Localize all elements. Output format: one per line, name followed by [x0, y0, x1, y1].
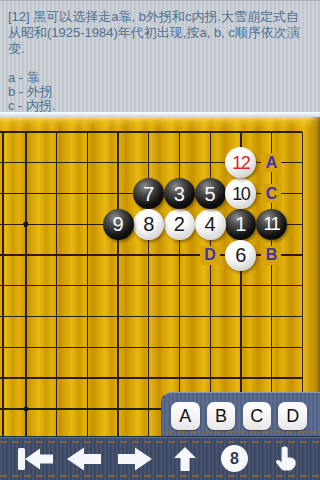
stitch-line [0, 441, 320, 443]
answer-buttons: A B C D [171, 402, 307, 430]
option-a: a - 靠 [8, 71, 312, 85]
stone-7-black: 7 [133, 178, 164, 209]
toolbar: 8 [0, 436, 320, 480]
go-to-start-button[interactable] [15, 446, 55, 472]
stone-1-black: 1 [225, 209, 256, 240]
up-button[interactable] [172, 446, 198, 472]
board-marker-a[interactable]: A [261, 153, 281, 172]
problem-text: [12] 黑可以选择走a靠, b外拐和c内拐.大雪崩定式自从昭和(1925-19… [8, 9, 312, 57]
board-grid: 123456789101112ACBD [11, 117, 318, 425]
stone-5-black: 5 [195, 178, 226, 209]
stone-12-white: 12 [225, 147, 256, 178]
answer-button-c[interactable]: C [243, 402, 272, 430]
answer-button-d[interactable]: D [278, 402, 307, 430]
stitch-line [0, 475, 320, 477]
stone-8-white: 8 [133, 209, 164, 240]
stone-11-black: 11 [256, 209, 287, 240]
hand-button[interactable] [272, 445, 298, 471]
board-marker-d[interactable]: D [200, 246, 220, 265]
stitch-line [166, 431, 320, 433]
back-button[interactable] [66, 446, 102, 472]
arrow-up-icon [172, 446, 198, 472]
forward-button[interactable] [117, 446, 153, 472]
option-b: b - 外拐 [8, 85, 312, 99]
option-c: c - 内拐. [8, 99, 312, 113]
board-marker-b[interactable]: B [261, 246, 281, 265]
hand-icon [272, 445, 298, 471]
stone-6-white: 6 [225, 240, 256, 271]
go-to-start-icon [15, 446, 55, 472]
board-marker-c[interactable]: C [261, 184, 281, 203]
app-screen: [12] 黑可以选择走a靠, b外拐和c内拐.大雪崩定式自从昭和(1925-19… [0, 0, 320, 480]
stone-4-white: 4 [195, 209, 226, 240]
arrow-left-icon [66, 446, 102, 472]
stone-2-white: 2 [164, 209, 195, 240]
answer-button-a[interactable]: A [171, 402, 200, 430]
arrow-right-icon [117, 446, 153, 472]
stone-3-black: 3 [164, 178, 195, 209]
stone-10-white: 10 [225, 178, 256, 209]
stone-9-black: 9 [103, 209, 134, 240]
answer-button-b[interactable]: B [207, 402, 236, 430]
answer-panel: A B C D [161, 392, 320, 436]
info-panel: [12] 黑可以选择走a靠, b外拐和c内拐.大雪崩定式自从昭和(1925-19… [0, 0, 320, 113]
move-number-badge: 8 [221, 445, 248, 472]
go-board[interactable]: 123456789101112ACBD [0, 117, 320, 436]
move-number-button[interactable]: 8 [221, 445, 248, 472]
